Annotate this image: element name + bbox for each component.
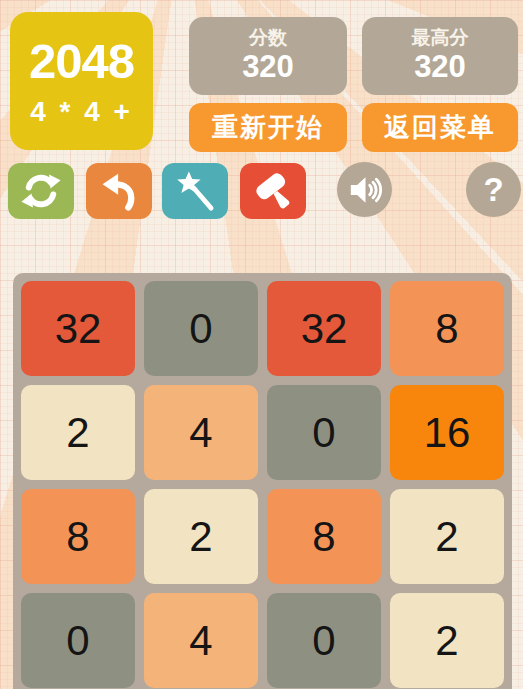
tile-0: 0 (21, 593, 135, 688)
board-grid: 3203282401682820402 (21, 281, 504, 688)
tile-0: 0 (267, 385, 381, 480)
game-screen: 2048 4 * 4 + 分数 320 最高分 320 重新开始 返回菜单 (0, 0, 523, 689)
magic-wand-icon (174, 170, 216, 212)
undo-icon (98, 170, 140, 212)
hammer-button[interactable] (240, 163, 306, 219)
magic-wand-button[interactable] (162, 163, 228, 219)
logo-title: 2048 (29, 37, 134, 86)
tile-32: 32 (21, 281, 135, 376)
tile-4: 4 (144, 593, 258, 688)
tile-16: 16 (390, 385, 504, 480)
logo: 2048 4 * 4 + (10, 12, 153, 150)
score-value: 320 (242, 49, 294, 85)
refresh-button[interactable] (8, 163, 74, 219)
tile-32: 32 (267, 281, 381, 376)
score-label: 分数 (249, 28, 287, 49)
tile-4: 4 (144, 385, 258, 480)
help-button[interactable]: ? (466, 162, 521, 217)
sound-button[interactable] (337, 162, 392, 217)
tile-0: 0 (267, 593, 381, 688)
tile-8: 8 (390, 281, 504, 376)
score-box: 分数 320 (189, 17, 347, 95)
sound-icon (345, 170, 385, 210)
refresh-icon (20, 170, 62, 212)
tile-2: 2 (21, 385, 135, 480)
tile-2: 2 (390, 489, 504, 584)
game-board[interactable]: 3203282401682820402 (13, 273, 512, 689)
tile-2: 2 (144, 489, 258, 584)
best-score-box: 最高分 320 (362, 17, 518, 95)
undo-button[interactable] (86, 163, 152, 219)
best-score-label: 最高分 (412, 28, 469, 49)
restart-button[interactable]: 重新开始 (189, 103, 347, 152)
hammer-icon (252, 170, 294, 212)
tile-8: 8 (21, 489, 135, 584)
tile-8: 8 (267, 489, 381, 584)
best-score-value: 320 (414, 49, 466, 85)
logo-subtitle: 4 * 4 + (30, 98, 133, 126)
return-menu-button[interactable]: 返回菜单 (362, 103, 518, 152)
tile-0: 0 (144, 281, 258, 376)
tile-2: 2 (390, 593, 504, 688)
question-mark-icon: ? (483, 171, 503, 209)
